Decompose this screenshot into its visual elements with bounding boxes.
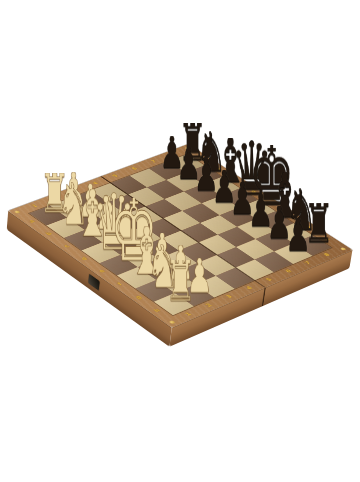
product-photo-background: 12345678 12345678 abcdefgh abcdefgh ♜♟♟♜… — [0, 0, 360, 482]
square-d4 — [143, 218, 181, 238]
box-fold-gap — [261, 287, 265, 306]
brass-dot-icon — [340, 247, 347, 251]
clasp-latch-icon — [88, 274, 100, 291]
chess-set-scene: 12345678 12345678 abcdefgh abcdefgh ♜♟♟♜… — [0, 0, 360, 482]
square-e6 — [200, 215, 238, 235]
brass-dot-icon — [169, 320, 176, 324]
black-bishop-f8: ♝ — [267, 172, 283, 221]
square-h7: ♟ — [275, 243, 313, 263]
black-rook-a8: ♜ — [179, 123, 195, 163]
folding-chess-board: 12345678 12345678 abcdefgh abcdefgh ♜♟♟♜… — [8, 144, 352, 328]
brass-dot-icon — [185, 147, 192, 150]
brass-dot-icon — [14, 210, 21, 214]
black-rook-h8: ♜ — [304, 203, 321, 245]
